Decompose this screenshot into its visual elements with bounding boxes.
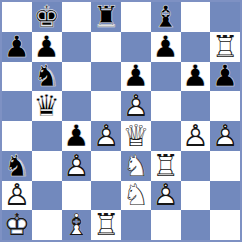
piece-outline-glyph: ♙ (151, 181, 181, 211)
white-pawn-piece[interactable]: ♟♙ (91, 121, 121, 151)
piece-outline-glyph: ♗ (62, 210, 92, 240)
piece-solid-glyph: ♜ (91, 2, 121, 32)
piece-outline-glyph: ♘ (121, 151, 151, 181)
piece-outline-glyph: ♙ (62, 151, 92, 181)
piece-solid-glyph: ♟ (151, 32, 181, 62)
white-pawn-piece[interactable]: ♟♙ (210, 121, 240, 151)
square-b5[interactable]: ♛ (32, 91, 62, 121)
piece-outline-glyph: ♙ (210, 121, 240, 151)
square-f4[interactable] (151, 121, 181, 151)
square-a1[interactable]: ♚♔ (2, 210, 32, 240)
piece-outline-glyph: ♖ (210, 32, 240, 62)
square-b6[interactable]: ♞ (32, 62, 62, 92)
square-a4[interactable] (2, 121, 32, 151)
square-e8[interactable] (121, 2, 151, 32)
black-knight-piece[interactable]: ♞ (2, 151, 32, 181)
black-bishop-piece[interactable]: ♝ (151, 2, 181, 32)
square-d3[interactable] (91, 151, 121, 181)
piece-outline-glyph: ♘ (121, 181, 151, 211)
square-e6[interactable]: ♟ (121, 62, 151, 92)
square-h1[interactable] (210, 210, 240, 240)
square-h2[interactable] (210, 181, 240, 211)
white-bishop-piece[interactable]: ♝♗ (62, 210, 92, 240)
square-b4[interactable] (32, 121, 62, 151)
white-queen-piece[interactable]: ♛♕ (121, 121, 151, 151)
square-e2[interactable]: ♞♘ (121, 181, 151, 211)
black-pawn-piece[interactable]: ♟ (32, 32, 62, 62)
white-pawn-piece[interactable]: ♟♙ (151, 181, 181, 211)
square-e3[interactable]: ♞♘ (121, 151, 151, 181)
square-f8[interactable]: ♝ (151, 2, 181, 32)
square-e7[interactable] (121, 32, 151, 62)
square-h6[interactable]: ♟ (210, 62, 240, 92)
square-h7[interactable]: ♜♖ (210, 32, 240, 62)
black-knight-piece[interactable]: ♞ (32, 62, 62, 92)
square-f1[interactable] (151, 210, 181, 240)
black-pawn-piece[interactable]: ♟ (210, 62, 240, 92)
square-f5[interactable] (151, 91, 181, 121)
square-d4[interactable]: ♟♙ (91, 121, 121, 151)
black-king-piece[interactable]: ♚ (32, 2, 62, 32)
square-c1[interactable]: ♝♗ (62, 210, 92, 240)
white-rook-piece[interactable]: ♜♖ (151, 151, 181, 181)
piece-outline-glyph: ♙ (121, 91, 151, 121)
square-h4[interactable]: ♟♙ (210, 121, 240, 151)
square-e5[interactable]: ♟♙ (121, 91, 151, 121)
black-pawn-piece[interactable]: ♟ (181, 62, 211, 92)
square-g6[interactable]: ♟ (181, 62, 211, 92)
square-b2[interactable] (32, 181, 62, 211)
square-a3[interactable]: ♞ (2, 151, 32, 181)
white-pawn-piece[interactable]: ♟♙ (62, 151, 92, 181)
square-b7[interactable]: ♟ (32, 32, 62, 62)
square-a5[interactable] (2, 91, 32, 121)
piece-solid-glyph: ♟ (181, 62, 211, 92)
piece-outline-glyph: ♖ (91, 210, 121, 240)
white-knight-piece[interactable]: ♞♘ (121, 181, 151, 211)
square-h3[interactable] (210, 151, 240, 181)
black-pawn-piece[interactable]: ♟ (121, 62, 151, 92)
square-h8[interactable] (210, 2, 240, 32)
black-queen-piece[interactable]: ♛ (32, 91, 62, 121)
square-f3[interactable]: ♜♖ (151, 151, 181, 181)
square-f7[interactable]: ♟ (151, 32, 181, 62)
piece-solid-glyph: ♚ (32, 2, 62, 32)
piece-outline-glyph: ♙ (2, 181, 32, 211)
square-c2[interactable] (62, 181, 92, 211)
piece-solid-glyph: ♟ (121, 62, 151, 92)
white-pawn-piece[interactable]: ♟♙ (121, 91, 151, 121)
square-g7[interactable] (181, 32, 211, 62)
square-d7[interactable] (91, 32, 121, 62)
square-b3[interactable] (32, 151, 62, 181)
square-c6[interactable] (62, 62, 92, 92)
piece-outline-glyph: ♖ (151, 151, 181, 181)
square-f2[interactable]: ♟♙ (151, 181, 181, 211)
square-g2[interactable] (181, 181, 211, 211)
square-f6[interactable] (151, 62, 181, 92)
piece-solid-glyph: ♛ (32, 91, 62, 121)
chess-board: ♚♜♝♟♟♟♜♖♞♟♟♟♛♟♙♟♟♙♛♕♟♙♟♙♞♟♙♞♘♜♖♟♙♞♘♟♙♚♔♝… (0, 0, 242, 242)
piece-outline-glyph: ♙ (91, 121, 121, 151)
square-e1[interactable] (121, 210, 151, 240)
white-knight-piece[interactable]: ♞♘ (121, 151, 151, 181)
square-e4[interactable]: ♛♕ (121, 121, 151, 151)
piece-outline-glyph: ♙ (181, 121, 211, 151)
square-d5[interactable] (91, 91, 121, 121)
square-d6[interactable] (91, 62, 121, 92)
square-b8[interactable]: ♚ (32, 2, 62, 32)
black-pawn-piece[interactable]: ♟ (62, 121, 92, 151)
square-g8[interactable] (181, 2, 211, 32)
square-c8[interactable] (62, 2, 92, 32)
piece-solid-glyph: ♞ (2, 151, 32, 181)
square-g1[interactable] (181, 210, 211, 240)
white-rook-piece[interactable]: ♜♖ (91, 210, 121, 240)
piece-solid-glyph: ♟ (32, 32, 62, 62)
square-c5[interactable] (62, 91, 92, 121)
piece-solid-glyph: ♝ (151, 2, 181, 32)
piece-solid-glyph: ♞ (32, 62, 62, 92)
square-g3[interactable] (181, 151, 211, 181)
square-a6[interactable] (2, 62, 32, 92)
black-pawn-piece[interactable]: ♟ (151, 32, 181, 62)
piece-outline-glyph: ♔ (2, 210, 32, 240)
square-c7[interactable] (62, 32, 92, 62)
square-g4[interactable]: ♟♙ (181, 121, 211, 151)
square-c4[interactable]: ♟ (62, 121, 92, 151)
white-pawn-piece[interactable]: ♟♙ (181, 121, 211, 151)
piece-solid-glyph: ♟ (62, 121, 92, 151)
square-h5[interactable] (210, 91, 240, 121)
square-b1[interactable] (32, 210, 62, 240)
white-pawn-piece[interactable]: ♟♙ (2, 181, 32, 211)
piece-outline-glyph: ♕ (121, 121, 151, 151)
white-rook-piece[interactable]: ♜♖ (210, 32, 240, 62)
white-king-piece[interactable]: ♚♔ (2, 210, 32, 240)
square-d8[interactable]: ♜ (91, 2, 121, 32)
square-c3[interactable]: ♟♙ (62, 151, 92, 181)
black-pawn-piece[interactable]: ♟ (2, 32, 32, 62)
square-d2[interactable] (91, 181, 121, 211)
square-a8[interactable] (2, 2, 32, 32)
piece-solid-glyph: ♟ (2, 32, 32, 62)
square-a7[interactable]: ♟ (2, 32, 32, 62)
square-g5[interactable] (181, 91, 211, 121)
square-a2[interactable]: ♟♙ (2, 181, 32, 211)
square-d1[interactable]: ♜♖ (91, 210, 121, 240)
black-rook-piece[interactable]: ♜ (91, 2, 121, 32)
piece-solid-glyph: ♟ (210, 62, 240, 92)
